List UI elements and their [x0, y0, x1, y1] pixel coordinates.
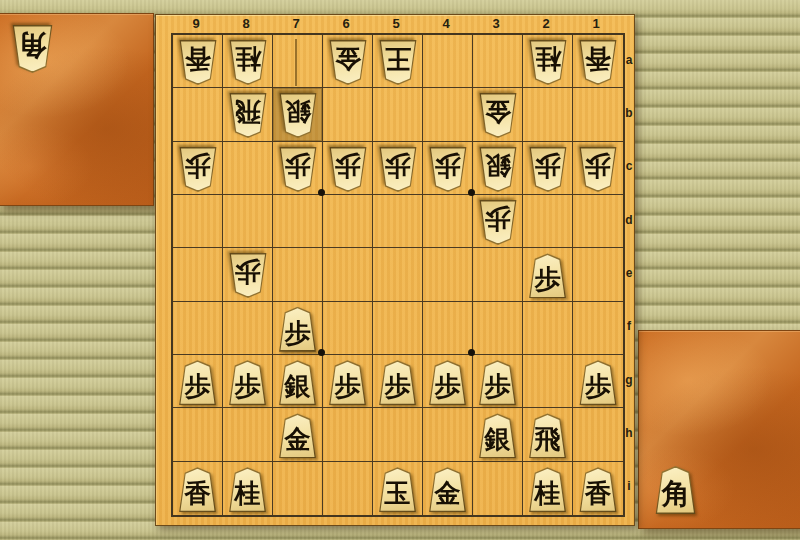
piece-pawn-sente[interactable]: 歩	[578, 360, 618, 405]
square-2b[interactable]	[523, 88, 573, 141]
piece-kanji-knight: 桂	[528, 467, 568, 512]
square-2e[interactable]: 歩	[523, 248, 573, 301]
piece-kanji-gold: 金	[278, 413, 318, 458]
piece-pawn-gote[interactable]: 歩	[278, 147, 318, 192]
shogi-board: 987654321 abcdefghi 香桂金王桂香飛銀金歩歩歩歩歩銀歩歩歩歩歩…	[155, 14, 635, 526]
square-9c[interactable]: 歩	[173, 142, 223, 195]
square-2d[interactable]	[523, 195, 573, 248]
square-8i[interactable]: 桂	[223, 462, 273, 515]
piece-lance-gote[interactable]: 香	[178, 40, 218, 85]
square-4d[interactable]	[423, 195, 473, 248]
piece-kanji-lance: 香	[178, 467, 218, 512]
piece-kanji-pawn: 歩	[278, 307, 318, 352]
square-7d[interactable]	[273, 195, 323, 248]
file-label-7: 7	[271, 16, 321, 32]
piece-silver-gote[interactable]: 銀	[278, 93, 318, 138]
square-3i[interactable]	[473, 462, 523, 515]
square-2g[interactable]	[523, 355, 573, 408]
square-3a[interactable]	[473, 35, 523, 88]
square-7c[interactable]: 歩	[273, 142, 323, 195]
square-8c[interactable]	[223, 142, 273, 195]
komadai-gote[interactable]: 角	[0, 13, 154, 206]
square-3b[interactable]: 金	[473, 88, 523, 141]
piece-bishop-gote[interactable]: 角	[11, 25, 54, 73]
square-1h[interactable]	[573, 408, 623, 461]
piece-king-sente[interactable]: 玉	[378, 467, 418, 512]
square-9a[interactable]: 香	[173, 35, 223, 88]
piece-kanji-king: 玉	[378, 467, 418, 512]
square-4i[interactable]: 金	[423, 462, 473, 515]
square-5c[interactable]: 歩	[373, 142, 423, 195]
piece-silver-gote[interactable]: 銀	[478, 147, 518, 192]
piece-pawn-gote[interactable]: 歩	[328, 147, 368, 192]
piece-kanji-knight: 桂	[528, 40, 568, 85]
square-2i[interactable]: 桂	[523, 462, 573, 515]
piece-kanji-pawn: 歩	[378, 360, 418, 405]
square-6c[interactable]: 歩	[323, 142, 373, 195]
square-4g[interactable]: 歩	[423, 355, 473, 408]
square-3c[interactable]: 銀	[473, 142, 523, 195]
file-label-1: 1	[571, 16, 621, 32]
piece-kanji-bishop: 角	[654, 466, 697, 514]
piece-kanji-pawn: 歩	[578, 360, 618, 405]
file-label-8: 8	[221, 16, 271, 32]
square-7e[interactable]	[273, 248, 323, 301]
square-5g[interactable]: 歩	[373, 355, 423, 408]
square-5e[interactable]	[373, 248, 423, 301]
piece-kanji-pawn: 歩	[478, 200, 518, 245]
square-4f[interactable]	[423, 302, 473, 355]
piece-kanji-lance: 香	[178, 40, 218, 85]
piece-silver-sente[interactable]: 銀	[278, 360, 318, 405]
square-8f[interactable]	[223, 302, 273, 355]
square-4c[interactable]: 歩	[423, 142, 473, 195]
piece-kanji-pawn: 歩	[428, 147, 468, 192]
square-5b[interactable]	[373, 88, 423, 141]
square-5d[interactable]	[373, 195, 423, 248]
square-4a[interactable]	[423, 35, 473, 88]
square-3h[interactable]: 銀	[473, 408, 523, 461]
piece-kanji-pawn: 歩	[528, 253, 568, 298]
piece-kanji-pawn: 歩	[328, 147, 368, 192]
square-8b[interactable]: 飛	[223, 88, 273, 141]
square-1d[interactable]	[573, 195, 623, 248]
komadai-sente[interactable]: 角	[638, 330, 800, 529]
piece-silver-sente[interactable]: 銀	[478, 413, 518, 458]
file-labels: 987654321	[171, 16, 621, 32]
square-4e[interactable]	[423, 248, 473, 301]
piece-kanji-lance: 香	[578, 467, 618, 512]
square-7b[interactable]: 銀	[273, 88, 323, 141]
piece-kanji-silver: 銀	[278, 360, 318, 405]
piece-kanji-silver: 銀	[278, 93, 318, 138]
file-label-9: 9	[171, 16, 221, 32]
piece-kanji-pawn: 歩	[278, 147, 318, 192]
square-3d[interactable]: 歩	[473, 195, 523, 248]
piece-rook-sente[interactable]: 飛	[528, 413, 568, 458]
piece-pawn-gote[interactable]: 歩	[528, 147, 568, 192]
square-4h[interactable]	[423, 408, 473, 461]
piece-kanji-rook: 飛	[228, 93, 268, 138]
piece-pawn-sente[interactable]: 歩	[228, 360, 268, 405]
piece-kanji-rook: 飛	[528, 413, 568, 458]
square-8a[interactable]: 桂	[223, 35, 273, 88]
piece-pawn-gote[interactable]: 歩	[178, 147, 218, 192]
piece-kanji-silver: 銀	[478, 413, 518, 458]
piece-pawn-sente[interactable]: 歩	[328, 360, 368, 405]
piece-kanji-silver: 銀	[478, 147, 518, 192]
piece-pawn-sente[interactable]: 歩	[478, 360, 518, 405]
piece-knight-sente[interactable]: 桂	[528, 467, 568, 512]
piece-knight-sente[interactable]: 桂	[228, 467, 268, 512]
piece-bishop-sente[interactable]: 角	[654, 466, 697, 514]
file-label-4: 4	[421, 16, 471, 32]
square-9g[interactable]: 歩	[173, 355, 223, 408]
piece-lance-gote[interactable]: 香	[578, 40, 618, 85]
square-7f[interactable]: 歩	[273, 302, 323, 355]
square-6e[interactable]	[323, 248, 373, 301]
square-6b[interactable]	[323, 88, 373, 141]
square-6d[interactable]	[323, 195, 373, 248]
square-5h[interactable]	[373, 408, 423, 461]
square-1a[interactable]: 香	[573, 35, 623, 88]
file-label-2: 2	[521, 16, 571, 32]
piece-kanji-pawn: 歩	[178, 360, 218, 405]
square-7i[interactable]	[273, 462, 323, 515]
square-5a[interactable]: 王	[373, 35, 423, 88]
piece-kanji-pawn: 歩	[328, 360, 368, 405]
square-8g[interactable]: 歩	[223, 355, 273, 408]
square-9f[interactable]	[173, 302, 223, 355]
piece-kanji-lance: 香	[578, 40, 618, 85]
piece-king-gote[interactable]: 王	[378, 40, 418, 85]
piece-kanji-knight: 桂	[228, 467, 268, 512]
piece-kanji-king: 王	[378, 40, 418, 85]
file-label-3: 3	[471, 16, 521, 32]
last-move-trace	[295, 39, 297, 86]
square-8d[interactable]	[223, 195, 273, 248]
piece-kanji-knight: 桂	[228, 40, 268, 85]
square-2f[interactable]	[523, 302, 573, 355]
square-6h[interactable]	[323, 408, 373, 461]
piece-pawn-sente[interactable]: 歩	[278, 307, 318, 352]
piece-pawn-sente[interactable]: 歩	[178, 360, 218, 405]
square-6a[interactable]: 金	[323, 35, 373, 88]
square-9h[interactable]	[173, 408, 223, 461]
piece-kanji-pawn: 歩	[478, 360, 518, 405]
square-2c[interactable]: 歩	[523, 142, 573, 195]
square-1c[interactable]: 歩	[573, 142, 623, 195]
piece-kanji-pawn: 歩	[428, 360, 468, 405]
piece-rook-gote[interactable]: 飛	[228, 93, 268, 138]
file-label-5: 5	[371, 16, 421, 32]
square-9b[interactable]	[173, 88, 223, 141]
square-1f[interactable]	[573, 302, 623, 355]
square-7h[interactable]: 金	[273, 408, 323, 461]
square-6g[interactable]: 歩	[323, 355, 373, 408]
piece-lance-sente[interactable]: 香	[578, 467, 618, 512]
piece-gold-gote[interactable]: 金	[478, 93, 518, 138]
square-7a[interactable]	[273, 35, 323, 88]
piece-kanji-pawn: 歩	[578, 147, 618, 192]
square-2a[interactable]: 桂	[523, 35, 573, 88]
square-5i[interactable]: 玉	[373, 462, 423, 515]
square-1i[interactable]: 香	[573, 462, 623, 515]
piece-kanji-gold: 金	[328, 40, 368, 85]
piece-gold-sente[interactable]: 金	[278, 413, 318, 458]
file-label-6: 6	[321, 16, 371, 32]
piece-kanji-pawn: 歩	[378, 147, 418, 192]
square-8h[interactable]	[223, 408, 273, 461]
piece-knight-gote[interactable]: 桂	[228, 40, 268, 85]
piece-pawn-gote[interactable]: 歩	[428, 147, 468, 192]
piece-kanji-pawn: 歩	[228, 253, 268, 298]
square-5f[interactable]	[373, 302, 423, 355]
square-8e[interactable]: 歩	[223, 248, 273, 301]
piece-pawn-sente[interactable]: 歩	[428, 360, 468, 405]
board-grid: 香桂金王桂香飛銀金歩歩歩歩歩銀歩歩歩歩歩歩歩歩銀歩歩歩歩歩金銀飛香桂玉金桂香	[171, 33, 625, 517]
piece-pawn-gote[interactable]: 歩	[378, 147, 418, 192]
piece-kanji-pawn: 歩	[228, 360, 268, 405]
piece-kanji-pawn: 歩	[528, 147, 568, 192]
square-3f[interactable]	[473, 302, 523, 355]
square-1e[interactable]	[573, 248, 623, 301]
piece-lance-sente[interactable]: 香	[178, 467, 218, 512]
square-3g[interactable]: 歩	[473, 355, 523, 408]
square-9d[interactable]	[173, 195, 223, 248]
piece-gold-gote[interactable]: 金	[328, 40, 368, 85]
square-6f[interactable]	[323, 302, 373, 355]
square-9e[interactable]	[173, 248, 223, 301]
square-9i[interactable]: 香	[173, 462, 223, 515]
square-6i[interactable]	[323, 462, 373, 515]
square-3e[interactable]	[473, 248, 523, 301]
piece-knight-gote[interactable]: 桂	[528, 40, 568, 85]
piece-pawn-gote[interactable]: 歩	[228, 253, 268, 298]
piece-kanji-gold: 金	[428, 467, 468, 512]
piece-kanji-pawn: 歩	[178, 147, 218, 192]
square-2h[interactable]: 飛	[523, 408, 573, 461]
piece-gold-sente[interactable]: 金	[428, 467, 468, 512]
piece-pawn-sente[interactable]: 歩	[378, 360, 418, 405]
square-7g[interactable]: 銀	[273, 355, 323, 408]
square-4b[interactable]	[423, 88, 473, 141]
piece-pawn-gote[interactable]: 歩	[478, 200, 518, 245]
piece-kanji-bishop: 角	[11, 25, 54, 73]
square-1b[interactable]	[573, 88, 623, 141]
piece-kanji-gold: 金	[478, 93, 518, 138]
square-1g[interactable]: 歩	[573, 355, 623, 408]
piece-pawn-gote[interactable]: 歩	[578, 147, 618, 192]
piece-pawn-sente[interactable]: 歩	[528, 253, 568, 298]
